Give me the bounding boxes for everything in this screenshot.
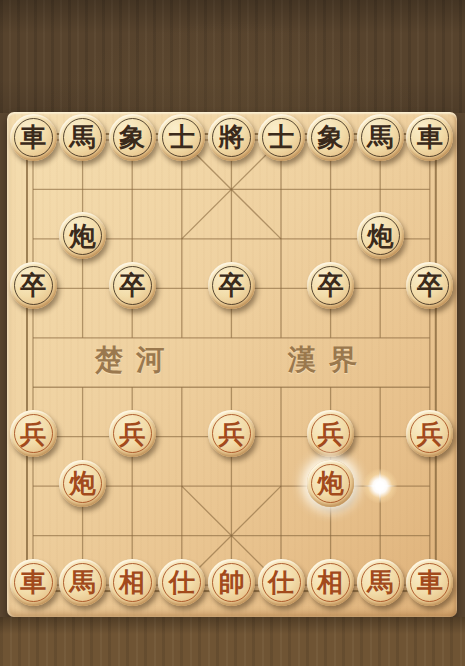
piece-character: 卒 <box>318 272 344 298</box>
piece-red-cannon[interactable]: 炮 <box>59 460 106 507</box>
piece-character: 士 <box>268 124 294 150</box>
piece-character: 車 <box>20 569 46 595</box>
piece-character: 象 <box>119 124 145 150</box>
piece-character: 兵 <box>318 421 344 447</box>
piece-character: 卒 <box>218 272 244 298</box>
piece-red-advisor[interactable]: 仕 <box>158 559 205 606</box>
piece-character: 仕 <box>268 569 294 595</box>
piece-black-general[interactable]: 將 <box>208 114 255 161</box>
xiangqi-board[interactable]: 楚河 漢界 車馬象士將士象馬車炮炮卒卒卒卒卒兵兵兵兵兵炮炮車馬相仕帥仕相馬車 <box>7 112 457 617</box>
piece-red-soldier[interactable]: 兵 <box>307 410 354 457</box>
piece-red-general[interactable]: 帥 <box>208 559 255 606</box>
wood-background-bottom <box>0 617 465 666</box>
piece-character: 兵 <box>417 421 443 447</box>
piece-black-cannon[interactable]: 炮 <box>357 212 404 259</box>
piece-character: 兵 <box>119 421 145 447</box>
piece-character: 兵 <box>20 421 46 447</box>
piece-black-elephant[interactable]: 象 <box>307 114 354 161</box>
piece-black-chariot[interactable]: 車 <box>406 114 453 161</box>
piece-red-advisor[interactable]: 仕 <box>258 559 305 606</box>
board-grid <box>7 112 457 617</box>
piece-red-elephant[interactable]: 相 <box>109 559 156 606</box>
piece-black-horse[interactable]: 馬 <box>59 114 106 161</box>
wood-background-top <box>0 0 465 113</box>
piece-black-soldier[interactable]: 卒 <box>406 262 453 309</box>
piece-red-chariot[interactable]: 車 <box>10 559 57 606</box>
piece-character: 車 <box>417 124 443 150</box>
piece-character: 象 <box>318 124 344 150</box>
piece-black-advisor[interactable]: 士 <box>258 114 305 161</box>
piece-character: 將 <box>218 124 244 150</box>
piece-character: 士 <box>169 124 195 150</box>
piece-character: 車 <box>20 124 46 150</box>
piece-black-soldier[interactable]: 卒 <box>307 262 354 309</box>
piece-red-soldier[interactable]: 兵 <box>10 410 57 457</box>
piece-character: 炮 <box>70 223 96 249</box>
piece-character: 炮 <box>318 470 344 496</box>
piece-character: 兵 <box>218 421 244 447</box>
piece-character: 帥 <box>218 569 244 595</box>
piece-character: 馬 <box>367 569 393 595</box>
piece-character: 相 <box>119 569 145 595</box>
piece-character: 相 <box>318 569 344 595</box>
piece-black-advisor[interactable]: 士 <box>158 114 205 161</box>
piece-red-soldier[interactable]: 兵 <box>109 410 156 457</box>
piece-character: 炮 <box>70 470 96 496</box>
piece-red-elephant[interactable]: 相 <box>307 559 354 606</box>
piece-character: 卒 <box>119 272 145 298</box>
piece-character: 卒 <box>417 272 443 298</box>
last-move-sparkle <box>362 468 398 504</box>
piece-black-soldier[interactable]: 卒 <box>109 262 156 309</box>
piece-red-horse[interactable]: 馬 <box>357 559 404 606</box>
piece-character: 馬 <box>70 124 96 150</box>
piece-character: 馬 <box>70 569 96 595</box>
piece-black-soldier[interactable]: 卒 <box>208 262 255 309</box>
piece-character: 馬 <box>367 124 393 150</box>
game-screen: 楚河 漢界 車馬象士將士象馬車炮炮卒卒卒卒卒兵兵兵兵兵炮炮車馬相仕帥仕相馬車 <box>0 0 465 666</box>
piece-black-soldier[interactable]: 卒 <box>10 262 57 309</box>
piece-black-elephant[interactable]: 象 <box>109 114 156 161</box>
piece-character: 仕 <box>169 569 195 595</box>
piece-character: 卒 <box>20 272 46 298</box>
piece-character: 車 <box>417 569 443 595</box>
piece-red-horse[interactable]: 馬 <box>59 559 106 606</box>
river-label-chu-he: 楚河 <box>95 346 177 374</box>
river-label-han-jie: 漢界 <box>288 346 370 374</box>
piece-character: 炮 <box>367 223 393 249</box>
piece-black-horse[interactable]: 馬 <box>357 114 404 161</box>
piece-red-soldier[interactable]: 兵 <box>208 410 255 457</box>
piece-red-cannon[interactable]: 炮 <box>307 460 354 507</box>
piece-red-chariot[interactable]: 車 <box>406 559 453 606</box>
piece-black-chariot[interactable]: 車 <box>10 114 57 161</box>
